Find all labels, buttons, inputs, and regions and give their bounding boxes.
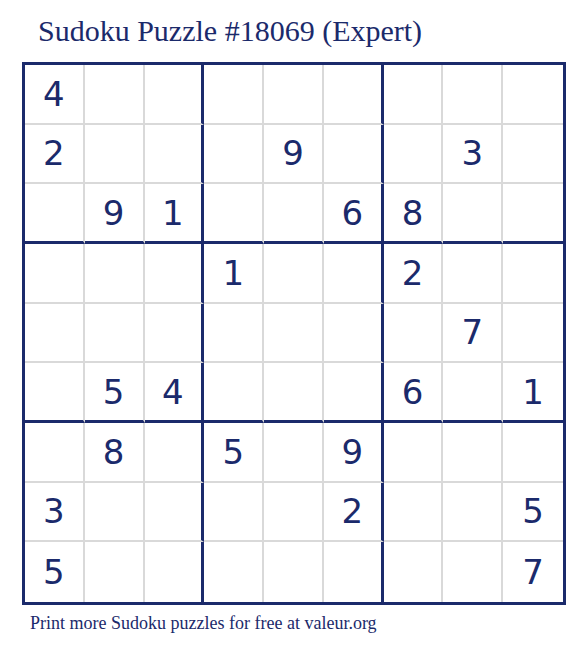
cell-r8c4 xyxy=(204,483,264,543)
cell-r3c5 xyxy=(264,184,324,244)
cell-r9c7 xyxy=(384,542,444,602)
cell-r4c3 xyxy=(145,244,205,304)
cell-r2c8: 3 xyxy=(443,125,503,185)
given-digit: 2 xyxy=(402,256,424,290)
cell-r4c5 xyxy=(264,244,324,304)
cell-r8c9: 5 xyxy=(503,483,563,543)
cell-r5c8: 7 xyxy=(443,304,503,364)
cell-r6c7: 6 xyxy=(384,363,444,423)
cell-r9c2 xyxy=(85,542,145,602)
cell-r2c7 xyxy=(384,125,444,185)
cell-r3c8 xyxy=(443,184,503,244)
cell-r7c6: 9 xyxy=(324,423,384,483)
given-digit: 7 xyxy=(522,555,544,589)
cell-r1c9 xyxy=(503,65,563,125)
cell-r2c5: 9 xyxy=(264,125,324,185)
cell-r4c4: 1 xyxy=(204,244,264,304)
cell-r5c5 xyxy=(264,304,324,364)
given-digit: 5 xyxy=(522,494,544,528)
given-digit: 4 xyxy=(43,77,65,111)
cell-r3c2: 9 xyxy=(85,184,145,244)
cell-r5c4 xyxy=(204,304,264,364)
cell-r2c2 xyxy=(85,125,145,185)
given-digit: 2 xyxy=(341,494,363,528)
cell-r1c6 xyxy=(324,65,384,125)
given-digit: 1 xyxy=(222,256,244,290)
given-digit: 4 xyxy=(162,375,184,409)
cell-r4c6 xyxy=(324,244,384,304)
given-digit: 1 xyxy=(162,196,184,230)
cell-r6c5 xyxy=(264,363,324,423)
cell-r7c8 xyxy=(443,423,503,483)
cell-r8c8 xyxy=(443,483,503,543)
cell-r6c4 xyxy=(204,363,264,423)
cell-r9c6 xyxy=(324,542,384,602)
cell-r1c1: 4 xyxy=(25,65,85,125)
cell-r5c7 xyxy=(384,304,444,364)
cell-r2c4 xyxy=(204,125,264,185)
cell-r9c3 xyxy=(145,542,205,602)
cell-r9c4 xyxy=(204,542,264,602)
cell-r7c5 xyxy=(264,423,324,483)
cell-r5c1 xyxy=(25,304,85,364)
given-digit: 8 xyxy=(402,196,424,230)
given-digit: 9 xyxy=(341,435,363,469)
cell-r8c3 xyxy=(145,483,205,543)
puzzle-title: Sudoku Puzzle #18069 (Expert) xyxy=(38,14,422,48)
cell-r1c2 xyxy=(85,65,145,125)
given-digit: 5 xyxy=(103,375,125,409)
cell-r4c2 xyxy=(85,244,145,304)
given-digit: 6 xyxy=(402,375,424,409)
cell-r9c9: 7 xyxy=(503,542,563,602)
cell-r3c1 xyxy=(25,184,85,244)
cell-r6c3: 4 xyxy=(145,363,205,423)
cell-r5c6 xyxy=(324,304,384,364)
given-digit: 7 xyxy=(462,315,484,349)
cell-r9c1: 5 xyxy=(25,542,85,602)
cell-r5c3 xyxy=(145,304,205,364)
given-digit: 9 xyxy=(103,196,125,230)
cell-r4c9 xyxy=(503,244,563,304)
cell-r6c9: 1 xyxy=(503,363,563,423)
cell-r1c5 xyxy=(264,65,324,125)
cell-r8c6: 2 xyxy=(324,483,384,543)
cell-r6c6 xyxy=(324,363,384,423)
cell-r8c7 xyxy=(384,483,444,543)
sudoku-page: Sudoku Puzzle #18069 (Expert) 4293916812… xyxy=(0,0,580,651)
cell-r6c1 xyxy=(25,363,85,423)
given-digit: 3 xyxy=(43,494,65,528)
footer-text: Print more Sudoku puzzles for free at va… xyxy=(30,613,377,634)
cell-r3c3: 1 xyxy=(145,184,205,244)
cell-r1c7 xyxy=(384,65,444,125)
cell-r7c4: 5 xyxy=(204,423,264,483)
cell-r6c2: 5 xyxy=(85,363,145,423)
cell-r5c2 xyxy=(85,304,145,364)
cell-r7c9 xyxy=(503,423,563,483)
cell-r7c3 xyxy=(145,423,205,483)
cell-r1c4 xyxy=(204,65,264,125)
cell-r1c3 xyxy=(145,65,205,125)
cell-r2c6 xyxy=(324,125,384,185)
given-digit: 5 xyxy=(43,555,65,589)
cell-r7c1 xyxy=(25,423,85,483)
cell-r1c8 xyxy=(443,65,503,125)
cell-r4c7: 2 xyxy=(384,244,444,304)
cell-r7c2: 8 xyxy=(85,423,145,483)
cell-r4c8 xyxy=(443,244,503,304)
cell-r5c9 xyxy=(503,304,563,364)
given-digit: 8 xyxy=(103,435,125,469)
cell-r9c8 xyxy=(443,542,503,602)
cell-r3c6: 6 xyxy=(324,184,384,244)
cell-r2c1: 2 xyxy=(25,125,85,185)
given-digit: 6 xyxy=(341,196,363,230)
cell-r8c1: 3 xyxy=(25,483,85,543)
cell-r8c2 xyxy=(85,483,145,543)
cell-r3c7: 8 xyxy=(384,184,444,244)
cell-r3c9 xyxy=(503,184,563,244)
given-digit: 1 xyxy=(522,375,544,409)
cell-r3c4 xyxy=(204,184,264,244)
cell-r2c9 xyxy=(503,125,563,185)
cell-r9c5 xyxy=(264,542,324,602)
cell-r2c3 xyxy=(145,125,205,185)
cell-r6c8 xyxy=(443,363,503,423)
given-digit: 3 xyxy=(462,136,484,170)
given-digit: 2 xyxy=(43,136,65,170)
sudoku-board: 42939168127546185932557 xyxy=(22,62,566,605)
given-digit: 5 xyxy=(222,435,244,469)
cell-r7c7 xyxy=(384,423,444,483)
cell-r8c5 xyxy=(264,483,324,543)
given-digit: 9 xyxy=(282,136,304,170)
cell-r4c1 xyxy=(25,244,85,304)
